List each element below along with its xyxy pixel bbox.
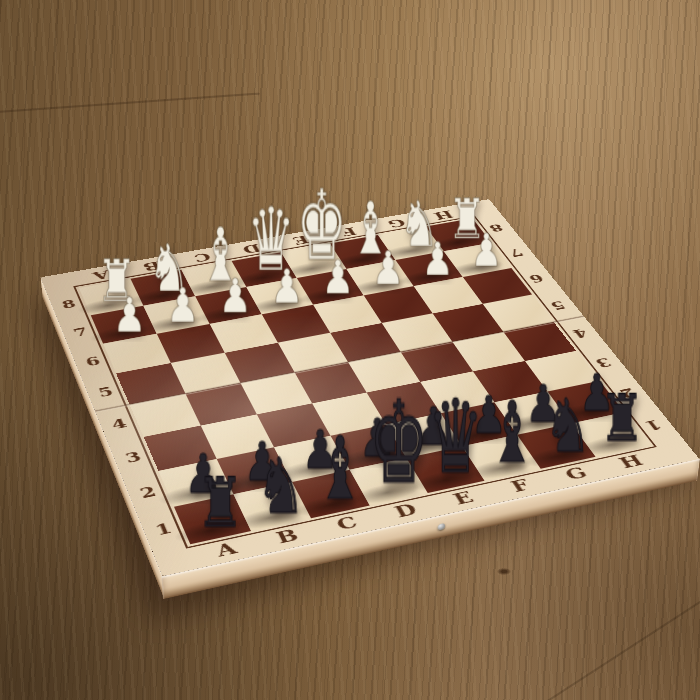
chess-set-photo: ♜♞♝♛♚♝♞♜♟♟♟♟♟♟♟♟♟♟♟♟♟♟♟♟♜♞♝♚♛♝♞♜ ABCDEFG…	[0, 0, 700, 700]
piece-black-rook-h1[interactable]: ♜	[592, 389, 652, 450]
screw-icon	[438, 523, 445, 531]
piece-white-pawn-d7[interactable]: ♟	[261, 264, 312, 309]
piece-white-pawn-b7[interactable]: ♟	[157, 283, 209, 328]
piece-white-pawn-c7[interactable]: ♟	[210, 273, 261, 318]
piece-black-knight-b1[interactable]: ♞	[251, 450, 311, 523]
perspective-container: ♜♞♝♛♚♝♞♜♟♟♟♟♟♟♟♟♟♟♟♟♟♟♟♟♜♞♝♚♛♝♞♜ ABCDEFG…	[0, 0, 700, 700]
piece-black-knight-g1[interactable]: ♞	[539, 392, 596, 462]
piece-white-pawn-f7[interactable]: ♟	[363, 246, 413, 290]
piece-white-pawn-e7[interactable]: ♟	[313, 255, 364, 299]
piece-black-king-d1[interactable]: ♚	[369, 390, 428, 498]
piece-black-queen-e1[interactable]: ♛	[427, 389, 485, 485]
piece-white-pawn-g7[interactable]: ♟	[413, 237, 463, 281]
piece-black-bishop-c1[interactable]: ♝	[311, 428, 368, 510]
piece-white-pawn-a7[interactable]: ♟	[103, 292, 155, 338]
piece-black-bishop-f1[interactable]: ♝	[484, 393, 540, 473]
chess-board: ♜♞♝♛♚♝♞♜♟♟♟♟♟♟♟♟♟♟♟♟♟♟♟♟♜♞♝♚♛♝♞♜ ABCDEFG…	[41, 199, 700, 576]
piece-black-rook-a1[interactable]: ♜	[189, 472, 252, 536]
